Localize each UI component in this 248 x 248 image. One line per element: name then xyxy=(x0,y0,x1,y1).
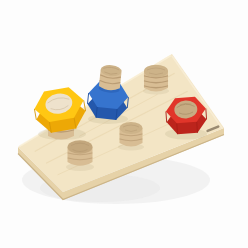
peg-top xyxy=(120,122,143,134)
product-photo-screw-nut-board xyxy=(0,0,248,248)
peg-back-right xyxy=(144,65,168,92)
peg-front-center xyxy=(120,122,143,147)
peg-top xyxy=(144,65,168,78)
toy-board-scene xyxy=(0,0,248,248)
peg-front-left xyxy=(68,140,93,166)
